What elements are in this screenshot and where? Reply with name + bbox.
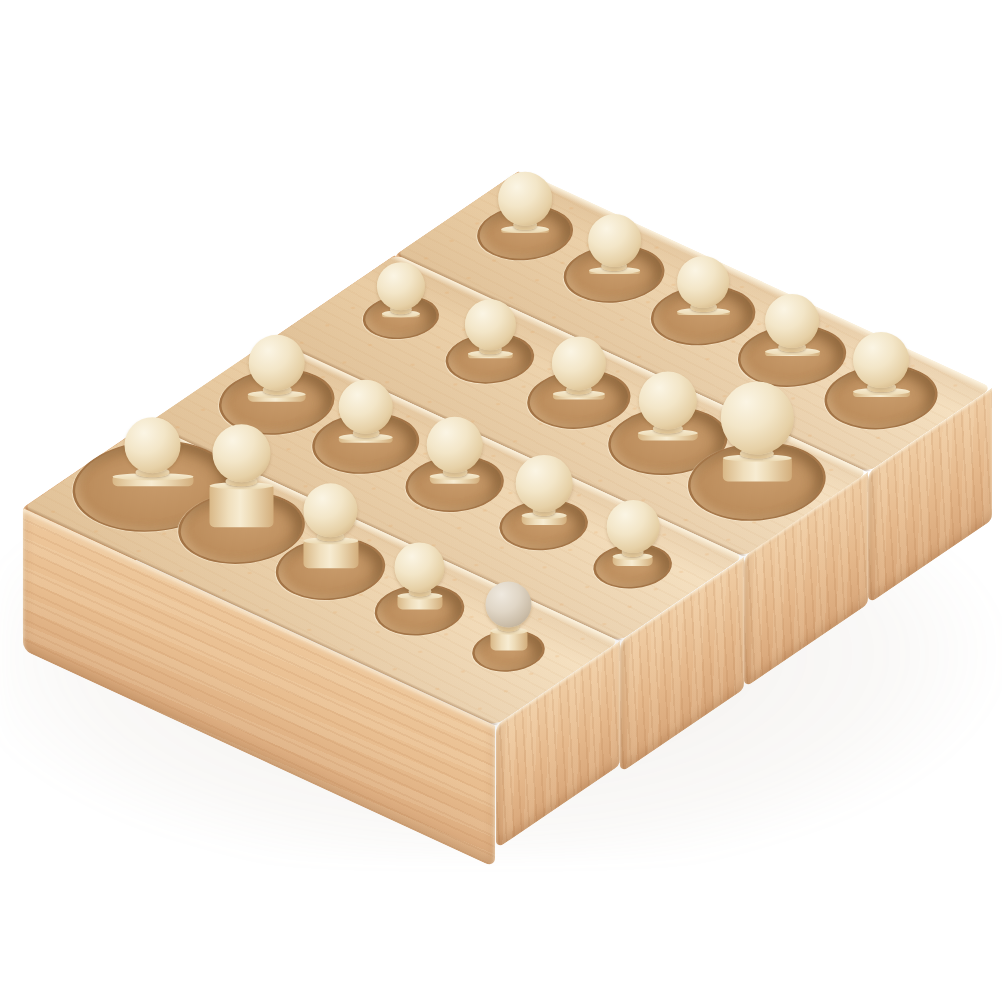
knob-sphere [339, 380, 393, 434]
knob-sphere [125, 417, 181, 473]
knob-sphere [515, 455, 572, 512]
knob-sphere [552, 336, 606, 390]
knob-sphere [213, 424, 271, 482]
knob-sphere [485, 581, 531, 627]
knob-sphere [249, 335, 305, 391]
knob-sphere [677, 256, 729, 308]
knob-sphere [588, 214, 641, 267]
cylinder-body [397, 595, 442, 609]
cylinder-body [722, 458, 791, 482]
cylinder-body [613, 556, 653, 566]
product-photo-scene [0, 0, 1002, 1002]
cylinder-body [303, 540, 358, 568]
knob-sphere [853, 332, 909, 388]
cylinder-body [430, 476, 480, 484]
cylinder-body [248, 394, 306, 402]
knob-sphere [720, 382, 793, 455]
knob-sphere [303, 483, 357, 537]
cylinder-body [521, 515, 566, 525]
cylinder-body [210, 485, 274, 527]
cylinder-body [490, 630, 527, 650]
knob-sphere [606, 500, 659, 553]
knob-sphere [427, 417, 483, 473]
knob-sphere [377, 262, 425, 310]
knob-sphere [639, 371, 697, 429]
knob-sphere [394, 542, 444, 592]
knob-sphere [498, 172, 552, 226]
cylinder-body [112, 476, 193, 486]
knob-sphere [765, 294, 819, 348]
knob-sphere [464, 299, 515, 350]
cylinder-body [638, 432, 698, 440]
